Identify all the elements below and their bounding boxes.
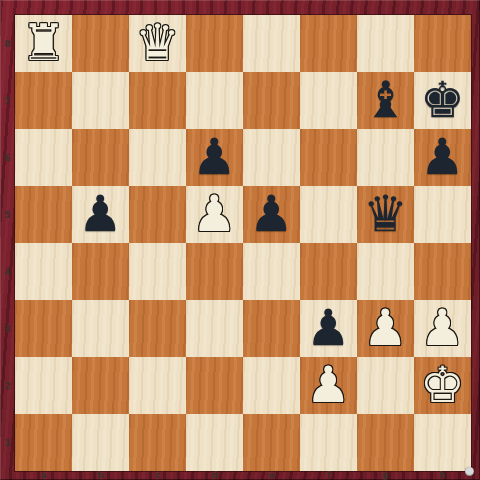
black-pawn[interactable]: ♟ bbox=[306, 303, 351, 353]
square-d8[interactable] bbox=[186, 15, 243, 72]
square-b8[interactable] bbox=[72, 15, 129, 72]
square-a5[interactable] bbox=[15, 186, 72, 243]
square-h4[interactable] bbox=[414, 243, 471, 300]
square-f2[interactable]: ♟ bbox=[300, 357, 357, 414]
square-d5[interactable]: ♟ bbox=[186, 186, 243, 243]
square-d4[interactable] bbox=[186, 243, 243, 300]
square-f5[interactable] bbox=[300, 186, 357, 243]
file-labels: abcdefgh bbox=[15, 469, 471, 480]
square-c2[interactable] bbox=[129, 357, 186, 414]
square-e8[interactable] bbox=[243, 15, 300, 72]
black-pawn[interactable]: ♟ bbox=[78, 189, 123, 239]
square-b5[interactable]: ♟ bbox=[72, 186, 129, 243]
black-queen[interactable]: ♛ bbox=[363, 189, 408, 239]
file-label-c: c bbox=[129, 469, 186, 480]
chess-diagram: ♜♛♝♚♟♟♟♟♟♛♟♟♟♟♚ 87654321 abcdefgh bbox=[0, 0, 480, 480]
black-pawn[interactable]: ♟ bbox=[192, 132, 237, 182]
square-d7[interactable] bbox=[186, 72, 243, 129]
square-g4[interactable] bbox=[357, 243, 414, 300]
file-label-h: h bbox=[414, 469, 471, 480]
square-e5[interactable]: ♟ bbox=[243, 186, 300, 243]
square-c8[interactable]: ♛ bbox=[129, 15, 186, 72]
square-g5[interactable]: ♛ bbox=[357, 186, 414, 243]
black-pawn[interactable]: ♟ bbox=[420, 132, 465, 182]
white-pawn[interactable]: ♟ bbox=[306, 360, 351, 410]
square-b2[interactable] bbox=[72, 357, 129, 414]
white-king[interactable]: ♚ bbox=[420, 360, 465, 410]
square-a2[interactable] bbox=[15, 357, 72, 414]
white-pawn[interactable]: ♟ bbox=[192, 189, 237, 239]
square-g1[interactable] bbox=[357, 414, 414, 471]
square-e7[interactable] bbox=[243, 72, 300, 129]
square-e1[interactable] bbox=[243, 414, 300, 471]
square-f3[interactable]: ♟ bbox=[300, 300, 357, 357]
rank-label-3: 3 bbox=[0, 300, 15, 357]
rank-label-2: 2 bbox=[0, 357, 15, 414]
black-king[interactable]: ♚ bbox=[420, 75, 465, 125]
rank-labels: 87654321 bbox=[0, 15, 15, 471]
white-to-move-indicator bbox=[465, 467, 474, 476]
square-c7[interactable] bbox=[129, 72, 186, 129]
square-b1[interactable] bbox=[72, 414, 129, 471]
square-e6[interactable] bbox=[243, 129, 300, 186]
square-a6[interactable] bbox=[15, 129, 72, 186]
square-c3[interactable] bbox=[129, 300, 186, 357]
square-f8[interactable] bbox=[300, 15, 357, 72]
square-a3[interactable] bbox=[15, 300, 72, 357]
file-label-f: f bbox=[300, 469, 357, 480]
square-g2[interactable] bbox=[357, 357, 414, 414]
square-b4[interactable] bbox=[72, 243, 129, 300]
square-e4[interactable] bbox=[243, 243, 300, 300]
rank-label-5: 5 bbox=[0, 186, 15, 243]
chess-board: ♜♛♝♚♟♟♟♟♟♛♟♟♟♟♚ bbox=[15, 15, 471, 471]
square-d1[interactable] bbox=[186, 414, 243, 471]
black-pawn[interactable]: ♟ bbox=[249, 189, 294, 239]
square-c6[interactable] bbox=[129, 129, 186, 186]
square-h2[interactable]: ♚ bbox=[414, 357, 471, 414]
rank-label-7: 7 bbox=[0, 72, 15, 129]
square-d3[interactable] bbox=[186, 300, 243, 357]
square-b3[interactable] bbox=[72, 300, 129, 357]
square-g8[interactable] bbox=[357, 15, 414, 72]
square-b7[interactable] bbox=[72, 72, 129, 129]
square-h1[interactable] bbox=[414, 414, 471, 471]
white-rook[interactable]: ♜ bbox=[21, 18, 66, 68]
square-h5[interactable] bbox=[414, 186, 471, 243]
square-d6[interactable]: ♟ bbox=[186, 129, 243, 186]
square-f4[interactable] bbox=[300, 243, 357, 300]
black-bishop[interactable]: ♝ bbox=[363, 75, 408, 125]
file-label-d: d bbox=[186, 469, 243, 480]
square-f1[interactable] bbox=[300, 414, 357, 471]
rank-label-6: 6 bbox=[0, 129, 15, 186]
square-h7[interactable]: ♚ bbox=[414, 72, 471, 129]
square-e2[interactable] bbox=[243, 357, 300, 414]
square-h3[interactable]: ♟ bbox=[414, 300, 471, 357]
square-a4[interactable] bbox=[15, 243, 72, 300]
square-g7[interactable]: ♝ bbox=[357, 72, 414, 129]
square-a1[interactable] bbox=[15, 414, 72, 471]
square-a8[interactable]: ♜ bbox=[15, 15, 72, 72]
file-label-a: a bbox=[15, 469, 72, 480]
file-label-g: g bbox=[357, 469, 414, 480]
white-pawn[interactable]: ♟ bbox=[363, 303, 408, 353]
square-d2[interactable] bbox=[186, 357, 243, 414]
square-g3[interactable]: ♟ bbox=[357, 300, 414, 357]
square-f6[interactable] bbox=[300, 129, 357, 186]
square-c1[interactable] bbox=[129, 414, 186, 471]
square-f7[interactable] bbox=[300, 72, 357, 129]
square-c4[interactable] bbox=[129, 243, 186, 300]
square-b6[interactable] bbox=[72, 129, 129, 186]
rank-label-1: 1 bbox=[0, 414, 15, 471]
rank-label-8: 8 bbox=[0, 15, 15, 72]
square-c5[interactable] bbox=[129, 186, 186, 243]
square-g6[interactable] bbox=[357, 129, 414, 186]
square-h8[interactable] bbox=[414, 15, 471, 72]
file-label-e: e bbox=[243, 469, 300, 480]
square-a7[interactable] bbox=[15, 72, 72, 129]
white-queen[interactable]: ♛ bbox=[135, 18, 180, 68]
white-pawn[interactable]: ♟ bbox=[420, 303, 465, 353]
file-label-b: b bbox=[72, 469, 129, 480]
rank-label-4: 4 bbox=[0, 243, 15, 300]
square-h6[interactable]: ♟ bbox=[414, 129, 471, 186]
square-e3[interactable] bbox=[243, 300, 300, 357]
